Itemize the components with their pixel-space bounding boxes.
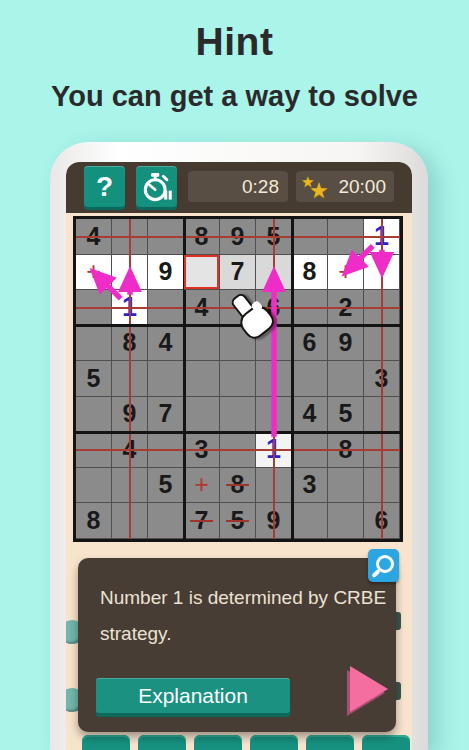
explanation-button[interactable]: Explanation — [96, 678, 290, 713]
phone-screen: ? 0:28 — [66, 162, 412, 750]
target-time-display: ★ ★ 20:00 — [296, 171, 394, 202]
question-icon: ? — [96, 173, 113, 201]
cell-r9c4[interactable]: 7 — [184, 503, 220, 539]
elimination-cross-mark: + — [338, 259, 353, 284]
page-subtitle: You can get a way to solve — [0, 80, 469, 113]
cell-r4c3[interactable]: 4 — [148, 326, 184, 362]
numpad-key[interactable] — [250, 735, 298, 750]
numpad-key[interactable] — [82, 735, 130, 750]
sudoku-board[interactable]: 48951+978+1462846953974543185+8387596 — [73, 216, 403, 542]
box-separator — [76, 431, 400, 434]
crosshatch-col-line — [381, 219, 383, 539]
cell-r2c3[interactable]: 9 — [148, 255, 184, 291]
help-button[interactable]: ? — [84, 166, 125, 207]
cell-r2c8[interactable]: + — [328, 255, 364, 291]
crosshatch-row-line — [76, 236, 400, 238]
cell-r6c8[interactable]: 5 — [328, 397, 364, 433]
crosshatch-col-line — [273, 219, 275, 539]
cell-r2c5[interactable]: 7 — [220, 255, 256, 291]
cell-r6c3[interactable]: 7 — [148, 397, 184, 433]
selected-cell[interactable] — [184, 255, 220, 291]
cell-r5c1[interactable]: 5 — [76, 361, 112, 397]
pause-timer-button[interactable] — [136, 166, 177, 207]
cell-r8c5[interactable]: 8 — [220, 468, 256, 504]
numpad-key[interactable] — [138, 735, 186, 750]
game-header: ? 0:28 — [66, 162, 412, 213]
cell-r5c7[interactable] — [292, 361, 328, 397]
crosshatch-row-line — [76, 307, 400, 309]
next-step-button[interactable] — [350, 666, 394, 716]
cell-r6c1[interactable] — [76, 397, 112, 433]
elimination-cross-mark: + — [86, 259, 101, 284]
page-title: Hint — [0, 20, 469, 64]
cell-r2c1[interactable]: + — [76, 255, 112, 291]
cell-r8c4[interactable]: + — [184, 468, 220, 504]
cell-r4c8[interactable]: 9 — [328, 326, 364, 362]
cell-r5c3[interactable] — [148, 361, 184, 397]
numpad-key[interactable] — [362, 735, 410, 750]
cell-r6c4[interactable] — [184, 397, 220, 433]
elapsed-time-display: 0:28 — [188, 171, 288, 202]
cell-r4c4[interactable] — [184, 326, 220, 362]
cell-r6c5[interactable] — [220, 397, 256, 433]
cell-r9c5[interactable]: 5 — [220, 503, 256, 539]
cell-r6c7[interactable]: 4 — [292, 397, 328, 433]
page-background: Hint You can get a way to solve ? — [0, 0, 469, 750]
phone-frame: ? 0:28 — [50, 142, 428, 750]
cell-r4c5[interactable] — [220, 326, 256, 362]
hint-panel: Number 1 is determined by CRBE strategy.… — [78, 558, 396, 732]
cell-r8c7[interactable]: 3 — [292, 468, 328, 504]
cell-r5c4[interactable] — [184, 361, 220, 397]
crosshatch-col-line — [129, 219, 131, 539]
elimination-cross-mark: + — [194, 472, 209, 497]
box-separator — [76, 324, 400, 327]
box-separator — [291, 219, 294, 539]
numpad-key[interactable] — [306, 735, 354, 750]
zoom-button[interactable] — [368, 549, 399, 582]
hint-message: Number 1 is determined by CRBE strategy. — [100, 580, 388, 652]
cell-r9c7[interactable] — [292, 503, 328, 539]
cell-r5c8[interactable] — [328, 361, 364, 397]
cell-r9c3[interactable] — [148, 503, 184, 539]
cell-r8c8[interactable] — [328, 468, 364, 504]
crosshatch-row-line — [76, 449, 400, 451]
play-triangle-icon — [350, 666, 388, 712]
cell-r9c1[interactable]: 8 — [76, 503, 112, 539]
cell-r2c7[interactable]: 8 — [292, 255, 328, 291]
numpad-key[interactable] — [194, 735, 242, 750]
cell-r9c8[interactable] — [328, 503, 364, 539]
cell-r8c3[interactable]: 5 — [148, 468, 184, 504]
cell-r8c1[interactable] — [76, 468, 112, 504]
cell-r4c7[interactable]: 6 — [292, 326, 328, 362]
stopwatch-icon — [139, 169, 175, 205]
cell-r4c1[interactable] — [76, 326, 112, 362]
cell-r5c5[interactable] — [220, 361, 256, 397]
star-icon: ★ ★ — [301, 172, 335, 202]
